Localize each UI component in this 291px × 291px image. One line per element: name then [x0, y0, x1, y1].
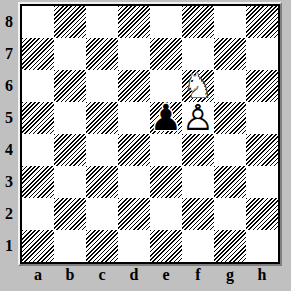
rank-label-5: 5	[0, 102, 18, 134]
square-g4[interactable]	[214, 134, 246, 166]
square-h7[interactable]	[246, 38, 278, 70]
square-a5[interactable]	[22, 102, 54, 134]
rank-labels: 87654321	[0, 6, 18, 262]
square-f4[interactable]	[182, 134, 214, 166]
square-b8[interactable]	[54, 6, 86, 38]
square-b7[interactable]	[54, 38, 86, 70]
rank-label-4: 4	[0, 134, 18, 166]
square-d2[interactable]	[118, 198, 150, 230]
square-e7[interactable]	[150, 38, 182, 70]
square-h3[interactable]	[246, 166, 278, 198]
square-d1[interactable]	[118, 230, 150, 262]
square-h6[interactable]	[246, 70, 278, 102]
square-g6[interactable]	[214, 70, 246, 102]
square-f8[interactable]	[182, 6, 214, 38]
square-h4[interactable]	[246, 134, 278, 166]
square-b1[interactable]	[54, 230, 86, 262]
square-d8[interactable]	[118, 6, 150, 38]
square-c5[interactable]	[86, 102, 118, 134]
square-g8[interactable]	[214, 6, 246, 38]
square-c2[interactable]	[86, 198, 118, 230]
square-h1[interactable]	[246, 230, 278, 262]
file-label-f: f	[182, 265, 214, 285]
square-a7[interactable]	[22, 38, 54, 70]
square-c1[interactable]	[86, 230, 118, 262]
square-h2[interactable]	[246, 198, 278, 230]
square-e1[interactable]	[150, 230, 182, 262]
board-frame: ♞♘♟♟♟♙	[18, 2, 282, 266]
square-e4[interactable]	[150, 134, 182, 166]
black-pawn-piece[interactable]: ♟♟	[150, 102, 182, 134]
black-pawn-icon: ♟	[150, 102, 182, 134]
white-pawn-piece[interactable]: ♟♙	[182, 102, 214, 134]
rank-label-7: 7	[0, 38, 18, 70]
square-e8[interactable]	[150, 6, 182, 38]
square-e3[interactable]	[150, 166, 182, 198]
square-a3[interactable]	[22, 166, 54, 198]
square-a8[interactable]	[22, 6, 54, 38]
chess-diagram: 87654321 ♞♘♟♟♟♙ abcdefgh	[0, 0, 291, 291]
rank-label-2: 2	[0, 198, 18, 230]
square-b4[interactable]	[54, 134, 86, 166]
rank-label-8: 8	[0, 6, 18, 38]
square-f5[interactable]: ♟♙	[182, 102, 214, 134]
file-label-c: c	[86, 265, 118, 285]
board-border: ♞♘♟♟♟♙	[20, 4, 280, 264]
chess-board: ♞♘♟♟♟♙	[22, 6, 278, 262]
file-label-g: g	[214, 265, 246, 285]
square-d7[interactable]	[118, 38, 150, 70]
square-b3[interactable]	[54, 166, 86, 198]
square-g3[interactable]	[214, 166, 246, 198]
square-c7[interactable]	[86, 38, 118, 70]
square-f3[interactable]	[182, 166, 214, 198]
file-label-d: d	[118, 265, 150, 285]
square-d4[interactable]	[118, 134, 150, 166]
square-a1[interactable]	[22, 230, 54, 262]
square-f1[interactable]	[182, 230, 214, 262]
rank-label-6: 6	[0, 70, 18, 102]
rank-label-1: 1	[0, 230, 18, 262]
white-pawn-icon: ♙	[182, 102, 214, 134]
square-c6[interactable]	[86, 70, 118, 102]
square-d3[interactable]	[118, 166, 150, 198]
square-b6[interactable]	[54, 70, 86, 102]
square-b5[interactable]	[54, 102, 86, 134]
file-label-e: e	[150, 265, 182, 285]
file-labels: abcdefgh	[22, 265, 278, 285]
square-a2[interactable]	[22, 198, 54, 230]
file-label-b: b	[54, 265, 86, 285]
file-label-h: h	[246, 265, 278, 285]
square-c3[interactable]	[86, 166, 118, 198]
square-f2[interactable]	[182, 198, 214, 230]
square-c8[interactable]	[86, 6, 118, 38]
rank-label-3: 3	[0, 166, 18, 198]
square-h8[interactable]	[246, 6, 278, 38]
square-a4[interactable]	[22, 134, 54, 166]
square-e5[interactable]: ♟♟	[150, 102, 182, 134]
square-g2[interactable]	[214, 198, 246, 230]
square-g1[interactable]	[214, 230, 246, 262]
square-d6[interactable]	[118, 70, 150, 102]
square-h5[interactable]	[246, 102, 278, 134]
square-g7[interactable]	[214, 38, 246, 70]
square-g5[interactable]	[214, 102, 246, 134]
square-a6[interactable]	[22, 70, 54, 102]
square-d5[interactable]	[118, 102, 150, 134]
square-c4[interactable]	[86, 134, 118, 166]
square-e2[interactable]	[150, 198, 182, 230]
square-b2[interactable]	[54, 198, 86, 230]
file-label-a: a	[22, 265, 54, 285]
